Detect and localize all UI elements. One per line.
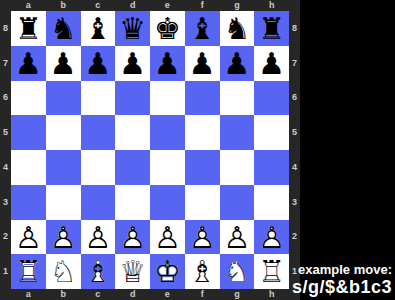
piece-black-pawn[interactable]: ♟︎ bbox=[150, 46, 185, 81]
square-h7[interactable]: ♟︎ bbox=[254, 46, 289, 81]
file-label-bottom-f: f bbox=[185, 289, 220, 300]
rank-label-left-2: 2 bbox=[0, 220, 11, 255]
piece-outline-layer: ♘︎ bbox=[220, 254, 255, 289]
square-g6[interactable] bbox=[220, 81, 255, 116]
piece-outline-layer: ♙︎ bbox=[46, 220, 81, 255]
square-a2[interactable]: ♟︎♙︎ bbox=[11, 220, 46, 255]
square-b6[interactable] bbox=[46, 81, 81, 116]
example-move-command: s/g/$&b1c3 bbox=[292, 277, 392, 298]
file-label-bottom-d: d bbox=[115, 289, 150, 300]
square-g1[interactable]: ♞︎♘︎ bbox=[220, 254, 255, 289]
square-h6[interactable] bbox=[254, 81, 289, 116]
rank-label-left-6: 6 bbox=[0, 81, 11, 116]
piece-white-bishop[interactable]: ♝︎♗︎ bbox=[185, 254, 220, 289]
square-b1[interactable]: ♞︎♘︎ bbox=[46, 254, 81, 289]
piece-black-knight[interactable]: ♞︎ bbox=[220, 11, 255, 46]
example-move-caption: example move: s/g/$&b1c3 bbox=[292, 262, 392, 298]
square-e3[interactable] bbox=[150, 185, 185, 220]
piece-outline-layer: ♕︎ bbox=[115, 254, 150, 289]
piece-black-pawn[interactable]: ♟︎ bbox=[81, 46, 116, 81]
square-c1[interactable]: ♝︎♗︎ bbox=[81, 254, 116, 289]
square-c2[interactable]: ♟︎♙︎ bbox=[81, 220, 116, 255]
piece-white-rook[interactable]: ♜︎♖︎ bbox=[11, 254, 46, 289]
piece-outline-layer: ♙︎ bbox=[220, 220, 255, 255]
piece-white-pawn[interactable]: ♟︎♙︎ bbox=[254, 220, 289, 255]
rank-label-right-6: 6 bbox=[289, 81, 300, 116]
piece-black-pawn[interactable]: ♟︎ bbox=[115, 46, 150, 81]
piece-black-queen[interactable]: ♛︎ bbox=[115, 11, 150, 46]
square-b2[interactable]: ♟︎♙︎ bbox=[46, 220, 81, 255]
square-g5[interactable] bbox=[220, 115, 255, 150]
square-b4[interactable] bbox=[46, 150, 81, 185]
square-g3[interactable] bbox=[220, 185, 255, 220]
square-g2[interactable]: ♟︎♙︎ bbox=[220, 220, 255, 255]
square-h2[interactable]: ♟︎♙︎ bbox=[254, 220, 289, 255]
square-d1[interactable]: ♛︎♕︎ bbox=[115, 254, 150, 289]
square-a3[interactable] bbox=[11, 185, 46, 220]
square-a5[interactable] bbox=[11, 115, 46, 150]
rank-label-right-8: 8 bbox=[289, 11, 300, 46]
piece-black-pawn[interactable]: ♟︎ bbox=[254, 46, 289, 81]
square-a6[interactable] bbox=[11, 81, 46, 116]
square-d8[interactable]: ♛︎ bbox=[115, 11, 150, 46]
piece-black-pawn[interactable]: ♟︎ bbox=[11, 46, 46, 81]
square-g4[interactable] bbox=[220, 150, 255, 185]
piece-black-pawn[interactable]: ♟︎ bbox=[46, 46, 81, 81]
file-label-top-f: f bbox=[185, 0, 220, 11]
square-h1[interactable]: ♜︎♖︎ bbox=[254, 254, 289, 289]
piece-white-pawn[interactable]: ♟︎♙︎ bbox=[185, 220, 220, 255]
rank-label-right-2: 2 bbox=[289, 220, 300, 255]
piece-white-pawn[interactable]: ♟︎♙︎ bbox=[150, 220, 185, 255]
piece-black-rook[interactable]: ♜︎ bbox=[11, 11, 46, 46]
square-e2[interactable]: ♟︎♙︎ bbox=[150, 220, 185, 255]
piece-outline-layer: ♙︎ bbox=[185, 220, 220, 255]
square-f8[interactable]: ♝︎ bbox=[185, 11, 220, 46]
piece-black-pawn[interactable]: ♟︎ bbox=[220, 46, 255, 81]
square-b7[interactable]: ♟︎ bbox=[46, 46, 81, 81]
square-f5[interactable] bbox=[185, 115, 220, 150]
square-d3[interactable] bbox=[115, 185, 150, 220]
file-labels-top: abcdefgh bbox=[11, 0, 289, 11]
square-e6[interactable] bbox=[150, 81, 185, 116]
square-f2[interactable]: ♟︎♙︎ bbox=[185, 220, 220, 255]
piece-outline-layer: ♘︎ bbox=[46, 254, 81, 289]
piece-white-bishop[interactable]: ♝︎♗︎ bbox=[81, 254, 116, 289]
piece-white-pawn[interactable]: ♟︎♙︎ bbox=[220, 220, 255, 255]
piece-black-knight[interactable]: ♞︎ bbox=[46, 11, 81, 46]
square-d6[interactable] bbox=[115, 81, 150, 116]
piece-black-rook[interactable]: ♜︎ bbox=[254, 11, 289, 46]
file-labels-bottom: abcdefgh bbox=[11, 289, 289, 300]
square-h5[interactable] bbox=[254, 115, 289, 150]
square-f4[interactable] bbox=[185, 150, 220, 185]
chess-board: ♜︎♞︎♝︎♛︎♚︎♝︎♞︎♜︎♟︎♟︎♟︎♟︎♟︎♟︎♟︎♟︎♟︎♙︎♟︎♙︎… bbox=[11, 11, 289, 289]
rank-label-left-7: 7 bbox=[0, 46, 11, 81]
rank-label-left-1: 1 bbox=[0, 254, 11, 289]
square-b5[interactable] bbox=[46, 115, 81, 150]
rank-labels-right: 87654321 bbox=[289, 11, 300, 289]
piece-outline-layer: ♙︎ bbox=[150, 220, 185, 255]
file-label-top-b: b bbox=[46, 0, 81, 11]
square-f3[interactable] bbox=[185, 185, 220, 220]
square-b3[interactable] bbox=[46, 185, 81, 220]
file-label-top-a: a bbox=[11, 0, 46, 11]
square-e1[interactable]: ♚︎♔︎ bbox=[150, 254, 185, 289]
rank-label-right-7: 7 bbox=[289, 46, 300, 81]
piece-outline-layer: ♗︎ bbox=[185, 254, 220, 289]
square-d5[interactable] bbox=[115, 115, 150, 150]
square-g7[interactable]: ♟︎ bbox=[220, 46, 255, 81]
chess-app: abcdefgh abcdefgh 87654321 87654321 ♜︎♞︎… bbox=[0, 0, 395, 300]
square-b8[interactable]: ♞︎ bbox=[46, 11, 81, 46]
example-move-label: example move: bbox=[292, 262, 392, 277]
square-e5[interactable] bbox=[150, 115, 185, 150]
square-d2[interactable]: ♟︎♙︎ bbox=[115, 220, 150, 255]
piece-black-pawn[interactable]: ♟︎ bbox=[185, 46, 220, 81]
piece-black-king[interactable]: ♚︎ bbox=[150, 11, 185, 46]
piece-white-knight[interactable]: ♞︎♘︎ bbox=[220, 254, 255, 289]
piece-white-knight[interactable]: ♞︎♘︎ bbox=[46, 254, 81, 289]
square-f1[interactable]: ♝︎♗︎ bbox=[185, 254, 220, 289]
file-label-top-g: g bbox=[220, 0, 255, 11]
rank-label-left-4: 4 bbox=[0, 150, 11, 185]
square-d7[interactable]: ♟︎ bbox=[115, 46, 150, 81]
piece-white-pawn[interactable]: ♟︎♙︎ bbox=[11, 220, 46, 255]
piece-white-pawn[interactable]: ♟︎♙︎ bbox=[115, 220, 150, 255]
square-c7[interactable]: ♟︎ bbox=[81, 46, 116, 81]
rank-label-right-3: 3 bbox=[289, 185, 300, 220]
rank-labels-left: 87654321 bbox=[0, 11, 11, 289]
square-e7[interactable]: ♟︎ bbox=[150, 46, 185, 81]
square-g8[interactable]: ♞︎ bbox=[220, 11, 255, 46]
square-a8[interactable]: ♜︎ bbox=[11, 11, 46, 46]
rank-label-left-5: 5 bbox=[0, 115, 11, 150]
square-a4[interactable] bbox=[11, 150, 46, 185]
square-e4[interactable] bbox=[150, 150, 185, 185]
board-frame: abcdefgh abcdefgh 87654321 87654321 ♜︎♞︎… bbox=[0, 0, 300, 300]
piece-outline-layer: ♙︎ bbox=[115, 220, 150, 255]
square-h4[interactable] bbox=[254, 150, 289, 185]
square-c3[interactable] bbox=[81, 185, 116, 220]
square-e8[interactable]: ♚︎ bbox=[150, 11, 185, 46]
square-f7[interactable]: ♟︎ bbox=[185, 46, 220, 81]
rank-label-right-5: 5 bbox=[289, 115, 300, 150]
file-label-bottom-g: g bbox=[220, 289, 255, 300]
square-f6[interactable] bbox=[185, 81, 220, 116]
piece-outline-layer: ♔︎ bbox=[150, 254, 185, 289]
piece-outline-layer: ♙︎ bbox=[11, 220, 46, 255]
square-a7[interactable]: ♟︎ bbox=[11, 46, 46, 81]
square-h3[interactable] bbox=[254, 185, 289, 220]
file-label-top-e: e bbox=[150, 0, 185, 11]
piece-white-rook[interactable]: ♜︎♖︎ bbox=[254, 254, 289, 289]
square-c4[interactable] bbox=[81, 150, 116, 185]
piece-outline-layer: ♖︎ bbox=[254, 254, 289, 289]
square-a1[interactable]: ♜︎♖︎ bbox=[11, 254, 46, 289]
file-label-top-h: h bbox=[254, 0, 289, 11]
piece-white-pawn[interactable]: ♟︎♙︎ bbox=[81, 220, 116, 255]
piece-black-bishop[interactable]: ♝︎ bbox=[81, 11, 116, 46]
piece-outline-layer: ♖︎ bbox=[11, 254, 46, 289]
piece-outline-layer: ♙︎ bbox=[81, 220, 116, 255]
rank-label-right-4: 4 bbox=[289, 150, 300, 185]
file-label-bottom-a: a bbox=[11, 289, 46, 300]
file-label-bottom-h: h bbox=[254, 289, 289, 300]
piece-white-queen[interactable]: ♛︎♕︎ bbox=[115, 254, 150, 289]
square-c8[interactable]: ♝︎ bbox=[81, 11, 116, 46]
piece-white-pawn[interactable]: ♟︎♙︎ bbox=[46, 220, 81, 255]
file-label-bottom-b: b bbox=[46, 289, 81, 300]
file-label-top-c: c bbox=[81, 0, 116, 11]
square-c5[interactable] bbox=[81, 115, 116, 150]
piece-black-bishop[interactable]: ♝︎ bbox=[185, 11, 220, 46]
rank-label-left-8: 8 bbox=[0, 11, 11, 46]
piece-outline-layer: ♗︎ bbox=[81, 254, 116, 289]
piece-outline-layer: ♙︎ bbox=[254, 220, 289, 255]
rank-label-left-3: 3 bbox=[0, 185, 11, 220]
file-label-top-d: d bbox=[115, 0, 150, 11]
square-h8[interactable]: ♜︎ bbox=[254, 11, 289, 46]
square-c6[interactable] bbox=[81, 81, 116, 116]
file-label-bottom-c: c bbox=[81, 289, 116, 300]
piece-white-king[interactable]: ♚︎♔︎ bbox=[150, 254, 185, 289]
square-d4[interactable] bbox=[115, 150, 150, 185]
file-label-bottom-e: e bbox=[150, 289, 185, 300]
